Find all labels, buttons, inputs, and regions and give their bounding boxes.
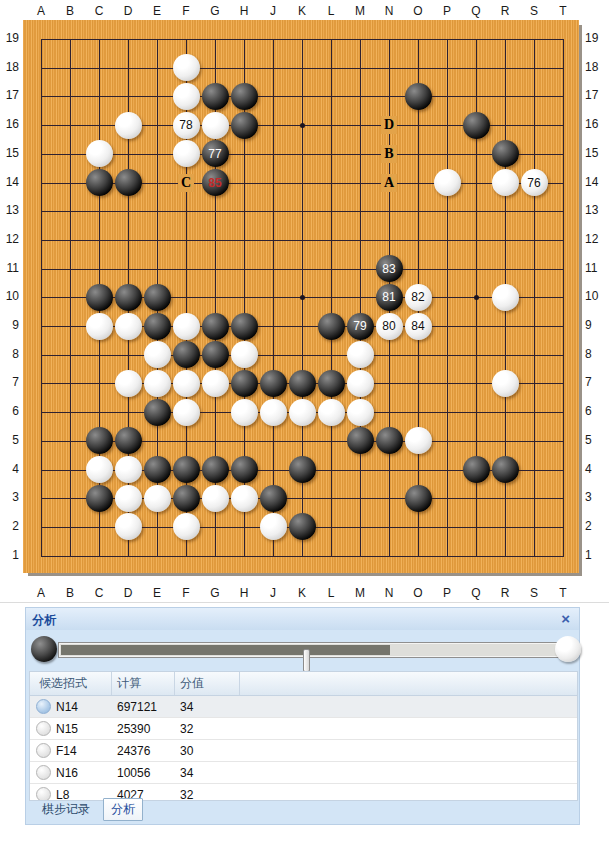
coord-right-10: 10 (585, 289, 609, 303)
coord-bottom-Q: Q (466, 586, 486, 600)
stone-R7[interactable] (492, 370, 519, 397)
stone-P14[interactable] (434, 169, 461, 196)
coord-bottom-M: M (350, 586, 370, 600)
stone-N10[interactable]: 81 (376, 284, 403, 311)
score-value: 30 (175, 744, 240, 758)
stone-C9[interactable] (86, 313, 113, 340)
panel-title: 分析 (32, 612, 56, 629)
stone-N5[interactable] (376, 427, 403, 454)
stone-G17[interactable] (202, 83, 229, 110)
stone-G9[interactable] (202, 313, 229, 340)
stone-E9[interactable] (144, 313, 171, 340)
coord-bottom-R: R (495, 586, 515, 600)
move-number: 82 (405, 284, 432, 311)
coord-left-19: 19 (0, 31, 19, 45)
analysis-slider-fill (61, 645, 390, 655)
stone-S14[interactable]: 76 (521, 169, 548, 196)
stone-H9[interactable] (231, 313, 258, 340)
coord-right-8: 8 (585, 347, 609, 361)
candidate-move-label: N15 (56, 722, 78, 736)
move-number: 85 (202, 169, 229, 196)
coord-bottom-S: S (524, 586, 544, 600)
coord-left-7: 7 (0, 375, 19, 389)
candidate-moves-table: 候选招式计算分值 N1469712134N152539032F142437630… (29, 671, 578, 801)
coord-bottom-F: F (176, 586, 196, 600)
grid-line (563, 39, 564, 556)
coord-right-18: 18 (585, 60, 609, 74)
tab-分析[interactable]: 分析 (103, 798, 143, 821)
coord-top-L: L (321, 4, 341, 18)
coord-left-3: 3 (0, 490, 19, 504)
coord-left-14: 14 (0, 175, 19, 189)
coord-left-11: 11 (0, 261, 19, 275)
stone-M9[interactable]: 79 (347, 313, 374, 340)
stone-E7[interactable] (144, 370, 171, 397)
coord-left-1: 1 (0, 548, 19, 562)
stone-J2[interactable] (260, 513, 287, 540)
coord-top-S: S (524, 4, 544, 18)
coord-top-J: J (263, 4, 283, 18)
stone-bullet-icon (36, 699, 51, 714)
stone-H17[interactable] (231, 83, 258, 110)
coord-bottom-O: O (408, 586, 428, 600)
coord-right-4: 4 (585, 462, 609, 476)
stone-C4[interactable] (86, 456, 113, 483)
stone-E10[interactable] (144, 284, 171, 311)
stone-G3[interactable] (202, 485, 229, 512)
star-point (300, 123, 305, 128)
calc-count: 25390 (112, 722, 175, 736)
coord-top-T: T (553, 4, 573, 18)
stone-D3[interactable] (115, 485, 142, 512)
stone-O10[interactable]: 82 (405, 284, 432, 311)
stone-D4[interactable] (115, 456, 142, 483)
analysis-slider-thumb[interactable] (303, 649, 310, 672)
candidate-row-N16[interactable]: N161005634 (30, 762, 577, 784)
stone-O3[interactable] (405, 485, 432, 512)
candidate-row-N14[interactable]: N1469712134 (30, 696, 577, 718)
move-number: 79 (347, 313, 374, 340)
panel-title-bar: 分析 × (26, 608, 579, 630)
stone-bullet-icon (36, 743, 51, 758)
stone-F9[interactable] (173, 313, 200, 340)
stone-F17[interactable] (173, 83, 200, 110)
coord-bottom-T: T (553, 586, 573, 600)
coord-bottom-A: A (31, 586, 51, 600)
coord-top-H: H (234, 4, 254, 18)
analysis-panel: 分析 × 候选招式计算分值 N1469712134N152539032F1424… (25, 607, 580, 825)
candidate-move-cell: N16 (30, 765, 112, 780)
stone-F3[interactable] (173, 485, 200, 512)
stone-D16[interactable] (115, 112, 142, 139)
coord-right-15: 15 (585, 146, 609, 160)
coord-left-5: 5 (0, 433, 19, 447)
coord-right-9: 9 (585, 318, 609, 332)
stone-E8[interactable] (144, 341, 171, 368)
candidate-move-cell: N14 (30, 699, 112, 714)
stone-G7[interactable] (202, 370, 229, 397)
annotation-letter-N14: A (381, 174, 397, 192)
coord-bottom-G: G (205, 586, 225, 600)
stone-K4[interactable] (289, 456, 316, 483)
move-number: 83 (376, 255, 403, 282)
coord-bottom-N: N (379, 586, 399, 600)
candidate-move-cell: N15 (30, 721, 112, 736)
move-number: 84 (405, 313, 432, 340)
coord-top-A: A (31, 4, 51, 18)
stone-C14[interactable] (86, 169, 113, 196)
stone-D14[interactable] (115, 169, 142, 196)
stone-C5[interactable] (86, 427, 113, 454)
stone-L7[interactable] (318, 370, 345, 397)
stone-R14[interactable] (492, 169, 519, 196)
coord-left-16: 16 (0, 117, 19, 131)
candidate-move-label: N16 (56, 766, 78, 780)
stone-E6[interactable] (144, 399, 171, 426)
move-number: 78 (173, 112, 200, 139)
stone-N11[interactable]: 83 (376, 255, 403, 282)
column-header-1[interactable]: 候选招式 (30, 672, 112, 695)
coord-top-N: N (379, 4, 399, 18)
analysis-slider-track[interactable] (58, 642, 559, 658)
stone-D10[interactable] (115, 284, 142, 311)
coord-right-12: 12 (585, 232, 609, 246)
grid-line (534, 39, 535, 556)
stone-G14[interactable]: 85 (202, 169, 229, 196)
stone-F7[interactable] (173, 370, 200, 397)
coord-top-B: B (60, 4, 80, 18)
stone-Q16[interactable] (463, 112, 490, 139)
move-number: 77 (202, 140, 229, 167)
stone-bullet-icon (36, 765, 51, 780)
stone-R15[interactable] (492, 140, 519, 167)
coord-left-8: 8 (0, 347, 19, 361)
stone-O5[interactable] (405, 427, 432, 454)
table-body: N1469712134N152539032F142437630N16100563… (30, 696, 577, 801)
stone-E4[interactable] (144, 456, 171, 483)
stone-H8[interactable] (231, 341, 258, 368)
analysis-slider-row (26, 632, 579, 672)
coord-left-13: 13 (0, 203, 19, 217)
coord-right-16: 16 (585, 117, 609, 131)
stone-R10[interactable] (492, 284, 519, 311)
stone-C3[interactable] (86, 485, 113, 512)
star-point (474, 295, 479, 300)
stone-H4[interactable] (231, 456, 258, 483)
stone-F15[interactable] (173, 140, 200, 167)
coord-right-3: 3 (585, 490, 609, 504)
stone-M6[interactable] (347, 399, 374, 426)
coord-bottom-E: E (147, 586, 167, 600)
stone-D2[interactable] (115, 513, 142, 540)
move-number: 76 (521, 169, 548, 196)
coord-bottom-L: L (321, 586, 341, 600)
stone-G8[interactable] (202, 341, 229, 368)
black-stone-icon (31, 636, 57, 662)
score-value: 32 (175, 722, 240, 736)
candidate-row-N15[interactable]: N152539032 (30, 718, 577, 740)
stone-G16[interactable] (202, 112, 229, 139)
coord-right-11: 11 (585, 261, 609, 275)
stone-D7[interactable] (115, 370, 142, 397)
white-stone-icon (555, 636, 581, 662)
coord-right-6: 6 (585, 404, 609, 418)
coord-right-14: 14 (585, 175, 609, 189)
stone-H3[interactable] (231, 485, 258, 512)
coord-left-15: 15 (0, 146, 19, 160)
go-board: 78778576838182798084CDBA (23, 20, 579, 573)
candidate-move-label: N14 (56, 700, 78, 714)
coord-top-O: O (408, 4, 428, 18)
stone-F6[interactable] (173, 399, 200, 426)
grid-line (447, 39, 448, 556)
coord-left-17: 17 (0, 88, 19, 102)
coord-top-Q: Q (466, 4, 486, 18)
stone-O9[interactable]: 84 (405, 313, 432, 340)
coord-bottom-P: P (437, 586, 457, 600)
coord-bottom-H: H (234, 586, 254, 600)
stone-M8[interactable] (347, 341, 374, 368)
coord-left-9: 9 (0, 318, 19, 332)
calc-count: 697121 (112, 700, 175, 714)
stone-L6[interactable] (318, 399, 345, 426)
coord-top-C: C (89, 4, 109, 18)
coord-top-D: D (118, 4, 138, 18)
stone-O17[interactable] (405, 83, 432, 110)
coord-left-6: 6 (0, 404, 19, 418)
coord-left-18: 18 (0, 60, 19, 74)
stone-M5[interactable] (347, 427, 374, 454)
annotation-letter-F14: C (178, 174, 194, 192)
coord-top-P: P (437, 4, 457, 18)
coord-bottom-C: C (89, 586, 109, 600)
coord-left-12: 12 (0, 232, 19, 246)
calc-count: 24376 (112, 744, 175, 758)
annotation-letter-N16: D (381, 116, 397, 134)
move-number: 80 (376, 313, 403, 340)
stone-H6[interactable] (231, 399, 258, 426)
move-number: 81 (376, 284, 403, 311)
coord-right-7: 7 (585, 375, 609, 389)
coord-bottom-K: K (292, 586, 312, 600)
stone-R4[interactable] (492, 456, 519, 483)
candidate-row-F14[interactable]: F142437630 (30, 740, 577, 762)
score-value: 34 (175, 766, 240, 780)
coord-bottom-D: D (118, 586, 138, 600)
coord-right-17: 17 (585, 88, 609, 102)
coord-top-R: R (495, 4, 515, 18)
coord-right-19: 19 (585, 31, 609, 45)
coord-left-4: 4 (0, 462, 19, 476)
stone-K7[interactable] (289, 370, 316, 397)
calc-count: 10056 (112, 766, 175, 780)
grid-line (331, 39, 332, 556)
score-value: 34 (175, 700, 240, 714)
panel-tabs: 棋步记录分析 (29, 798, 576, 820)
grid-line (360, 39, 361, 556)
stone-F2[interactable] (173, 513, 200, 540)
stone-H7[interactable] (231, 370, 258, 397)
close-icon[interactable]: × (561, 610, 570, 627)
coord-bottom-B: B (60, 586, 80, 600)
candidate-move-cell: F14 (30, 743, 112, 758)
coord-right-2: 2 (585, 519, 609, 533)
stone-F4[interactable] (173, 456, 200, 483)
star-point (300, 295, 305, 300)
grid-line (41, 556, 564, 557)
table-header-row: 候选招式计算分值 (30, 672, 577, 696)
candidate-move-label: F14 (56, 744, 77, 758)
stone-Q4[interactable] (463, 456, 490, 483)
coord-bottom-J: J (263, 586, 283, 600)
separator-line (0, 602, 609, 603)
stone-N9[interactable]: 80 (376, 313, 403, 340)
stone-G4[interactable] (202, 456, 229, 483)
stone-C10[interactable] (86, 284, 113, 311)
stone-F16[interactable]: 78 (173, 112, 200, 139)
stone-F8[interactable] (173, 341, 200, 368)
stone-G15[interactable]: 77 (202, 140, 229, 167)
stone-M7[interactable] (347, 370, 374, 397)
stone-K2[interactable] (289, 513, 316, 540)
annotation-letter-N15: B (381, 145, 397, 163)
stone-H16[interactable] (231, 112, 258, 139)
stone-C15[interactable] (86, 140, 113, 167)
coord-left-2: 2 (0, 519, 19, 533)
stone-E3[interactable] (144, 485, 171, 512)
column-header-3[interactable]: 分值 (175, 672, 240, 695)
stone-D5[interactable] (115, 427, 142, 454)
stone-J6[interactable] (260, 399, 287, 426)
coord-left-10: 10 (0, 289, 19, 303)
stone-J7[interactable] (260, 370, 287, 397)
grid-line (41, 355, 564, 356)
coord-top-M: M (350, 4, 370, 18)
coord-right-5: 5 (585, 433, 609, 447)
stone-D9[interactable] (115, 313, 142, 340)
coord-right-1: 1 (585, 548, 609, 562)
coord-top-F: F (176, 4, 196, 18)
coord-top-G: G (205, 4, 225, 18)
column-header-2[interactable]: 计算 (112, 672, 175, 695)
coord-top-K: K (292, 4, 312, 18)
coord-top-E: E (147, 4, 167, 18)
tab-棋步记录[interactable]: 棋步记录 (35, 799, 97, 820)
stone-J3[interactable] (260, 485, 287, 512)
stone-K6[interactable] (289, 399, 316, 426)
stone-bullet-icon (36, 721, 51, 736)
coord-right-13: 13 (585, 203, 609, 217)
stone-F18[interactable] (173, 54, 200, 81)
stone-L9[interactable] (318, 313, 345, 340)
